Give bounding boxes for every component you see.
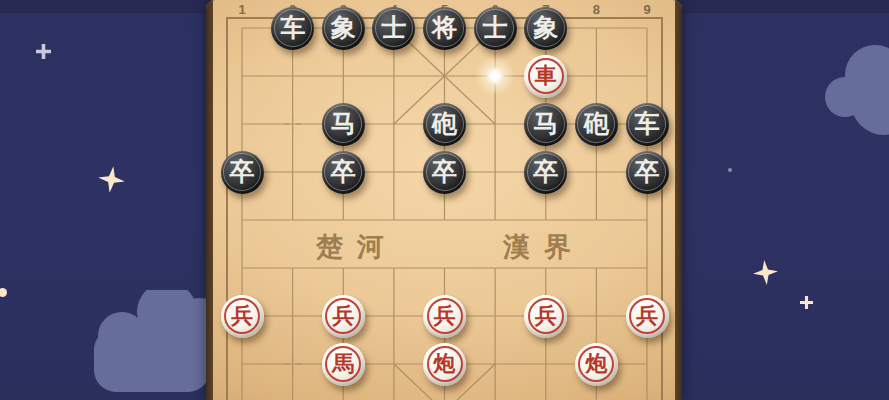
- piece-black-advisor[interactable]: 士: [474, 7, 517, 50]
- piece-character: 象: [533, 15, 558, 40]
- piece-black-horse[interactable]: 马: [524, 103, 567, 146]
- piece-character: 卒: [331, 159, 356, 184]
- piece-character: 车: [635, 111, 660, 136]
- star-dot-icon: [0, 288, 7, 297]
- piece-character: 炮: [585, 353, 607, 375]
- piece-character: 士: [381, 15, 406, 40]
- piece-red-chariot[interactable]: 車: [524, 55, 567, 98]
- last-move-glow-marker: [474, 55, 516, 97]
- piece-red-soldier[interactable]: 兵: [221, 295, 264, 338]
- xiangqi-board[interactable]: 123456789 楚河 漢界 车象士将士象車马砲马砲车卒卒卒卒卒兵兵兵兵兵馬炮…: [206, 0, 682, 400]
- piece-black-elephant[interactable]: 象: [524, 7, 567, 50]
- piece-character: 砲: [432, 111, 457, 136]
- piece-character: 士: [483, 15, 508, 40]
- piece-black-general[interactable]: 将: [423, 7, 466, 50]
- pieces-layer[interactable]: 车象士将士象車马砲马砲车卒卒卒卒卒兵兵兵兵兵馬炮炮: [217, 4, 673, 400]
- piece-black-soldier[interactable]: 卒: [524, 151, 567, 194]
- piece-black-chariot[interactable]: 车: [626, 103, 669, 146]
- cloud-icon: [80, 290, 210, 400]
- piece-black-cannon[interactable]: 砲: [423, 103, 466, 146]
- star-dot-icon: [728, 168, 732, 172]
- piece-character: 馬: [332, 353, 354, 375]
- piece-character: 兵: [231, 305, 253, 327]
- piece-red-cannon[interactable]: 炮: [575, 343, 618, 386]
- piece-character: 兵: [434, 305, 456, 327]
- piece-red-horse[interactable]: 馬: [322, 343, 365, 386]
- piece-black-advisor[interactable]: 士: [372, 7, 415, 50]
- piece-black-soldier[interactable]: 卒: [626, 151, 669, 194]
- piece-character: 车: [280, 15, 305, 40]
- piece-character: 卒: [230, 159, 255, 184]
- piece-character: 砲: [584, 111, 609, 136]
- piece-character: 兵: [636, 305, 658, 327]
- star-icon: [752, 259, 779, 286]
- piece-red-soldier[interactable]: 兵: [524, 295, 567, 338]
- piece-character: 象: [331, 15, 356, 40]
- piece-red-soldier[interactable]: 兵: [322, 295, 365, 338]
- piece-character: 車: [535, 65, 557, 87]
- piece-black-soldier[interactable]: 卒: [322, 151, 365, 194]
- star-plus-icon: [800, 296, 813, 309]
- piece-character: 卒: [432, 159, 457, 184]
- star-icon: [96, 164, 126, 194]
- star-plus-icon: [36, 44, 51, 59]
- piece-black-elephant[interactable]: 象: [322, 7, 365, 50]
- piece-red-soldier[interactable]: 兵: [626, 295, 669, 338]
- board-edge-right: [675, 0, 682, 400]
- cloud-icon: [820, 40, 889, 140]
- piece-character: 兵: [535, 305, 557, 327]
- piece-character: 卒: [635, 159, 660, 184]
- piece-red-soldier[interactable]: 兵: [423, 295, 466, 338]
- piece-red-cannon[interactable]: 炮: [423, 343, 466, 386]
- piece-black-horse[interactable]: 马: [322, 103, 365, 146]
- board-edge-left: [206, 0, 213, 400]
- piece-character: 炮: [434, 353, 456, 375]
- piece-character: 马: [533, 111, 558, 136]
- piece-black-cannon[interactable]: 砲: [575, 103, 618, 146]
- piece-character: 将: [432, 15, 457, 40]
- piece-black-soldier[interactable]: 卒: [221, 151, 264, 194]
- piece-character: 卒: [533, 159, 558, 184]
- piece-black-soldier[interactable]: 卒: [423, 151, 466, 194]
- piece-character: 兵: [332, 305, 354, 327]
- piece-character: 马: [331, 111, 356, 136]
- piece-black-chariot[interactable]: 车: [271, 7, 314, 50]
